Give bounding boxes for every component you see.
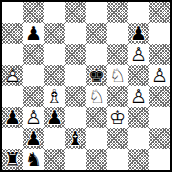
piece-outline-glyph: ♔: [107, 107, 128, 128]
piece-outline-glyph: ♙: [23, 107, 44, 128]
black-bishop-piece[interactable]: ♝: [65, 128, 86, 149]
square-f6[interactable]: [107, 44, 128, 65]
piece-glyph: ♞: [23, 149, 44, 170]
square-a2[interactable]: [2, 128, 23, 149]
piece-glyph: ♟: [128, 23, 149, 44]
square-h7[interactable]: [149, 23, 170, 44]
piece-outline-glyph: ♘: [107, 65, 128, 86]
piece-glyph: ♟: [23, 128, 44, 149]
square-d4[interactable]: [65, 86, 86, 107]
square-a7[interactable]: [2, 23, 23, 44]
square-h4[interactable]: [149, 86, 170, 107]
square-h8[interactable]: [149, 2, 170, 23]
piece-outline-glyph: ♙: [2, 65, 23, 86]
square-g1[interactable]: [128, 149, 149, 170]
square-g8[interactable]: [128, 2, 149, 23]
white-pawn-piece[interactable]: ♟♙: [128, 86, 149, 107]
square-c3[interactable]: ♟: [44, 107, 65, 128]
piece-glyph: ♟: [2, 65, 23, 86]
square-a6[interactable]: [2, 44, 23, 65]
square-g4[interactable]: ♟♙: [128, 86, 149, 107]
square-b8[interactable]: [23, 2, 44, 23]
square-e4[interactable]: ♞♘: [86, 86, 107, 107]
square-a1[interactable]: ♜: [2, 149, 23, 170]
square-h3[interactable]: [149, 107, 170, 128]
piece-glyph: ♟: [128, 86, 149, 107]
square-b7[interactable]: ♟: [23, 23, 44, 44]
square-d2[interactable]: ♝: [65, 128, 86, 149]
square-h6[interactable]: [149, 44, 170, 65]
square-c7[interactable]: [44, 23, 65, 44]
piece-glyph: ♜: [2, 149, 23, 170]
piece-outline-glyph: ♗: [44, 86, 65, 107]
piece-outline-glyph: ♙: [128, 86, 149, 107]
piece-outline-glyph: ♘: [86, 86, 107, 107]
white-knight-piece[interactable]: ♞♘: [107, 65, 128, 86]
square-f2[interactable]: [107, 128, 128, 149]
square-g6[interactable]: ♟♙: [128, 44, 149, 65]
square-h5[interactable]: ♟♙: [149, 65, 170, 86]
square-d7[interactable]: [65, 23, 86, 44]
piece-outline-glyph: ♙: [128, 44, 149, 65]
square-h2[interactable]: [149, 128, 170, 149]
black-pawn-piece[interactable]: ♟: [128, 23, 149, 44]
square-b3[interactable]: ♟♙: [23, 107, 44, 128]
piece-glyph: ♚: [86, 65, 107, 86]
square-b5[interactable]: [23, 65, 44, 86]
piece-glyph: ♟: [2, 107, 23, 128]
white-bishop-piece[interactable]: ♝♗: [44, 86, 65, 107]
square-d3[interactable]: [65, 107, 86, 128]
square-e3[interactable]: [86, 107, 107, 128]
square-d8[interactable]: [65, 2, 86, 23]
square-g3[interactable]: [128, 107, 149, 128]
square-b1[interactable]: ♞: [23, 149, 44, 170]
square-f3[interactable]: ♚♔: [107, 107, 128, 128]
square-g2[interactable]: [128, 128, 149, 149]
square-e6[interactable]: [86, 44, 107, 65]
white-king-piece[interactable]: ♚♔: [107, 107, 128, 128]
white-pawn-piece[interactable]: ♟♙: [2, 65, 23, 86]
black-king-piece[interactable]: ♚: [86, 65, 107, 86]
piece-glyph: ♞: [107, 65, 128, 86]
square-b2[interactable]: ♟: [23, 128, 44, 149]
square-c4[interactable]: ♝♗: [44, 86, 65, 107]
square-d1[interactable]: [65, 149, 86, 170]
piece-glyph: ♟: [23, 23, 44, 44]
square-f8[interactable]: [107, 2, 128, 23]
square-c1[interactable]: [44, 149, 65, 170]
piece-glyph: ♞: [86, 86, 107, 107]
piece-outline-glyph: ♙: [149, 65, 170, 86]
square-f5[interactable]: ♞♘: [107, 65, 128, 86]
piece-glyph: ♝: [44, 86, 65, 107]
chess-board: ♟♟♟♙♟♙♚♞♘♟♙♝♗♞♘♟♙♟♟♙♟♚♔♟♝♜♞: [0, 0, 172, 172]
square-f4[interactable]: [107, 86, 128, 107]
piece-glyph: ♟: [44, 107, 65, 128]
square-d6[interactable]: [65, 44, 86, 65]
square-f1[interactable]: [107, 149, 128, 170]
square-h1[interactable]: [149, 149, 170, 170]
square-a8[interactable]: [2, 2, 23, 23]
black-pawn-piece[interactable]: ♟: [2, 107, 23, 128]
square-g7[interactable]: ♟: [128, 23, 149, 44]
square-a3[interactable]: ♟: [2, 107, 23, 128]
square-c5[interactable]: [44, 65, 65, 86]
square-e1[interactable]: [86, 149, 107, 170]
white-knight-piece[interactable]: ♞♘: [86, 86, 107, 107]
black-pawn-piece[interactable]: ♟: [23, 128, 44, 149]
square-f7[interactable]: [107, 23, 128, 44]
square-e8[interactable]: [86, 2, 107, 23]
piece-glyph: ♟: [149, 65, 170, 86]
square-c8[interactable]: [44, 2, 65, 23]
square-c2[interactable]: [44, 128, 65, 149]
square-e7[interactable]: [86, 23, 107, 44]
square-e2[interactable]: [86, 128, 107, 149]
square-b4[interactable]: [23, 86, 44, 107]
black-knight-piece[interactable]: ♞: [23, 149, 44, 170]
black-pawn-piece[interactable]: ♟: [23, 23, 44, 44]
square-a4[interactable]: [2, 86, 23, 107]
piece-glyph: ♟: [128, 44, 149, 65]
square-d5[interactable]: [65, 65, 86, 86]
square-b6[interactable]: [23, 44, 44, 65]
square-a5[interactable]: ♟♙: [2, 65, 23, 86]
black-rook-piece[interactable]: ♜: [2, 149, 23, 170]
white-pawn-piece[interactable]: ♟♙: [128, 44, 149, 65]
piece-glyph: ♚: [107, 107, 128, 128]
white-pawn-piece[interactable]: ♟♙: [149, 65, 170, 86]
piece-glyph: ♝: [65, 128, 86, 149]
square-e5[interactable]: ♚: [86, 65, 107, 86]
square-g5[interactable]: [128, 65, 149, 86]
piece-glyph: ♟: [23, 107, 44, 128]
square-c6[interactable]: [44, 44, 65, 65]
black-pawn-piece[interactable]: ♟: [44, 107, 65, 128]
white-pawn-piece[interactable]: ♟♙: [23, 107, 44, 128]
